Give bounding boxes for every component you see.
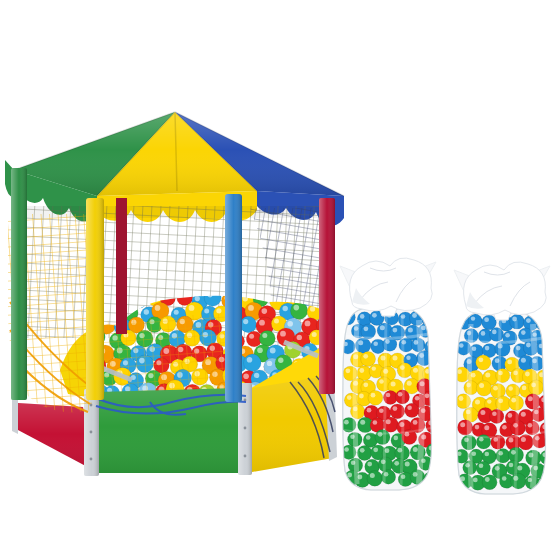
pole-left-corner-sheen [11, 168, 27, 400]
base-panel-green-sheen [99, 388, 239, 473]
product-photo: Hexagonal ball pit tent with netted wall… [0, 0, 560, 560]
ball-bag-2 [454, 262, 560, 494]
ball-pit-product-illustration: Hexagonal ball pit tent with netted wall… [0, 0, 560, 560]
pole-right-corner-sheen [319, 198, 335, 394]
frame-post-far-left [12, 398, 18, 434]
pole-front-left-sheen [86, 198, 104, 400]
pole-front-right-sheen [225, 194, 242, 402]
pole-back-left [116, 198, 127, 334]
